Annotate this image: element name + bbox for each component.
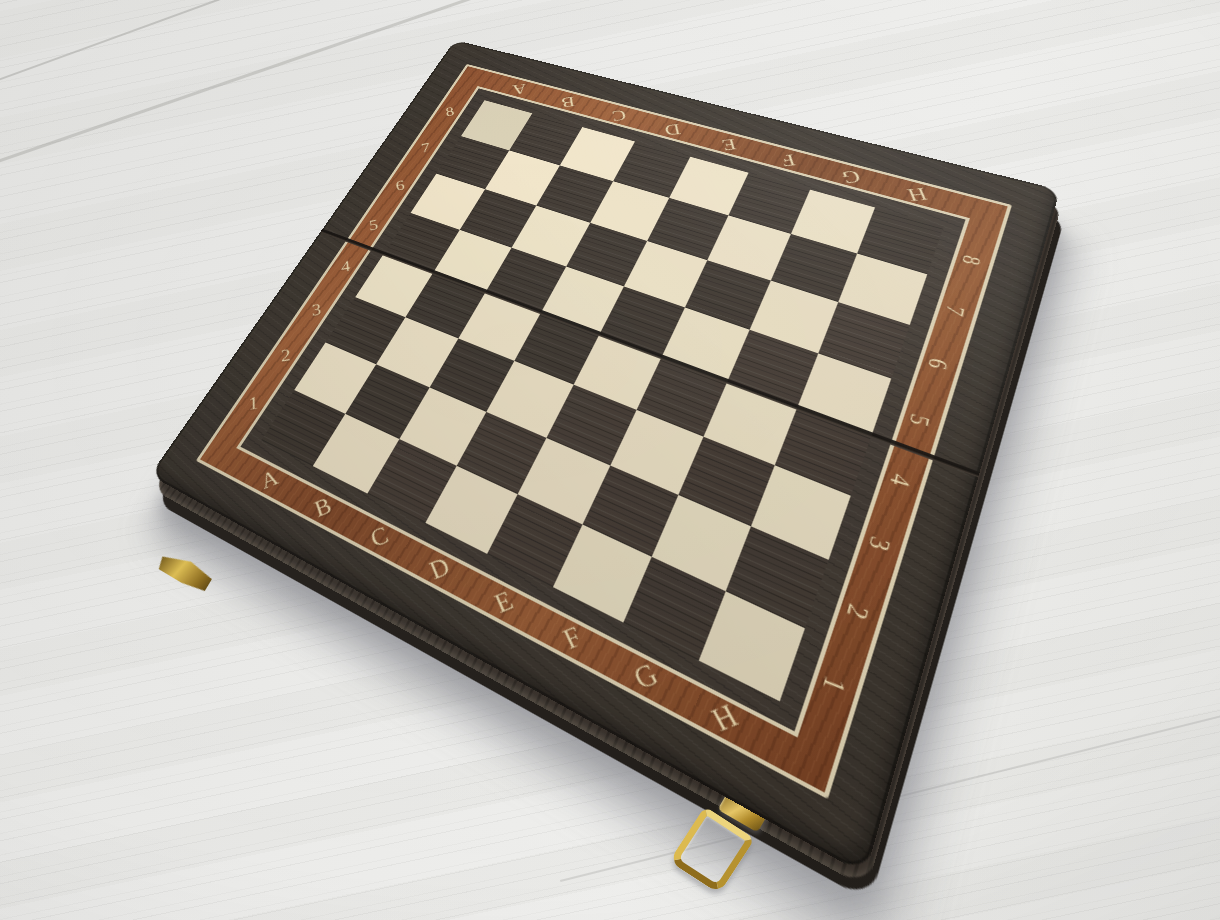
coord-left-1: 1 <box>248 393 258 412</box>
coord-left-2: 2 <box>281 346 291 364</box>
coord-left-5: 5 <box>368 217 379 233</box>
coord-top-d: D <box>663 121 682 138</box>
coord-left-4: 4 <box>340 258 350 275</box>
coord-top-a: A <box>512 82 527 97</box>
coord-top-c: C <box>611 107 628 123</box>
coord-left-7: 7 <box>420 140 431 154</box>
scene: ABCDEFGHABCDEFGH8765432187654321 <box>0 0 1220 920</box>
coord-top-b: B <box>560 94 575 109</box>
coord-left-6: 6 <box>395 178 406 193</box>
coord-left-3: 3 <box>311 301 321 318</box>
